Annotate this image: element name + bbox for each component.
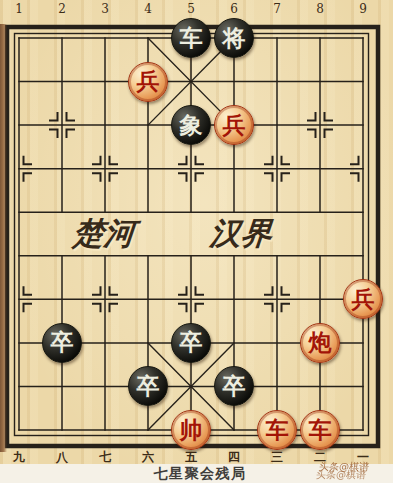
piece-glyph: 车 bbox=[180, 26, 203, 49]
piece-glyph: 兵 bbox=[137, 69, 160, 92]
piece-red-cannon[interactable]: 炮 bbox=[300, 323, 340, 363]
piece-black-general[interactable]: 将 bbox=[214, 18, 254, 58]
piece-glyph: 卒 bbox=[137, 374, 160, 397]
file-label-top-7: 7 bbox=[266, 2, 288, 16]
piece-black-soldier[interactable]: 卒 bbox=[171, 323, 211, 363]
file-label-top-3: 3 bbox=[94, 2, 116, 16]
file-label-top-9: 9 bbox=[352, 2, 374, 16]
file-label-top-2: 2 bbox=[51, 2, 73, 16]
piece-glyph: 车 bbox=[266, 418, 289, 441]
file-label-top-8: 8 bbox=[309, 2, 331, 16]
piece-glyph: 将 bbox=[223, 26, 246, 49]
river-label-han-text: 汉界 bbox=[209, 218, 274, 249]
watermark-text-echo: 头条@棋谱 bbox=[315, 468, 366, 482]
piece-glyph: 车 bbox=[309, 418, 332, 441]
piece-red-soldier[interactable]: 兵 bbox=[128, 62, 168, 102]
piece-red-chariot[interactable]: 车 bbox=[257, 410, 297, 450]
caption: 七星聚会残局 bbox=[100, 465, 300, 483]
piece-glyph: 卒 bbox=[51, 330, 74, 353]
piece-black-elephant[interactable]: 象 bbox=[171, 105, 211, 145]
file-label-top-1: 1 bbox=[8, 2, 30, 16]
piece-red-chariot[interactable]: 车 bbox=[300, 410, 340, 450]
watermark: 头条@棋谱 头条@棋谱 bbox=[316, 460, 392, 483]
piece-red-soldier[interactable]: 兵 bbox=[214, 105, 254, 145]
piece-glyph: 兵 bbox=[352, 287, 375, 310]
piece-glyph: 卒 bbox=[223, 374, 246, 397]
piece-glyph: 炮 bbox=[309, 330, 332, 353]
river-label-chu: 楚河 bbox=[71, 213, 170, 253]
file-label-top-6: 6 bbox=[223, 2, 245, 16]
piece-red-general[interactable]: 帅 bbox=[171, 410, 211, 450]
piece-black-soldier[interactable]: 卒 bbox=[42, 323, 82, 363]
xiangqi-board-diagram: 123456789 九八七六五四三二一 楚河 汉界 车将兵象兵兵卒卒炮卒卒帅车车… bbox=[0, 0, 393, 483]
piece-glyph: 帅 bbox=[180, 418, 203, 441]
river-label-chu-text: 楚河 bbox=[72, 218, 137, 249]
river-label-han: 汉界 bbox=[208, 213, 307, 253]
file-label-top-5: 5 bbox=[180, 2, 202, 16]
caption-strip: 七星聚会残局 头条@棋谱 头条@棋谱 bbox=[0, 464, 393, 483]
piece-black-chariot[interactable]: 车 bbox=[171, 18, 211, 58]
piece-glyph: 象 bbox=[180, 113, 203, 136]
piece-glyph: 卒 bbox=[180, 330, 203, 353]
file-label-top-4: 4 bbox=[137, 2, 159, 16]
piece-glyph: 兵 bbox=[223, 113, 246, 136]
